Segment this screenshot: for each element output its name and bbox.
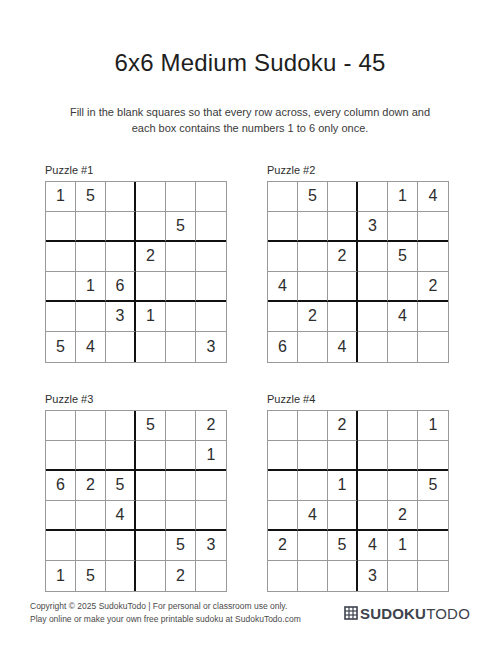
cell-r2c4 [136,212,166,242]
puzzle-3-label: Puzzle #3 [45,393,230,405]
cell-r2c6: 1 [196,441,226,471]
cell-r6c4: 3 [358,561,388,591]
cell-r2c1 [46,212,76,242]
cell-r3c6: 5 [418,471,448,501]
cell-r4c2 [76,501,106,531]
cell-r1c5 [388,411,418,441]
cell-r1c3 [106,411,136,441]
puzzle-3: Puzzle #3 521625453152 [45,393,230,592]
cell-r1c3 [106,182,136,212]
cell-r5c2 [76,531,106,561]
cell-r5c6: 3 [196,531,226,561]
cell-r4c1 [46,272,76,302]
cell-r6c1: 6 [268,332,298,362]
cell-r2c1 [268,441,298,471]
cell-r2c5 [388,212,418,242]
cell-r1c4 [358,411,388,441]
cell-r6c6: 3 [196,332,226,362]
cell-r1c6: 4 [418,182,448,212]
cell-r5c3 [106,531,136,561]
cell-r5c6 [196,302,226,332]
cell-r4c4 [136,272,166,302]
cell-r6c5 [388,561,418,591]
cell-r4c3: 6 [106,272,136,302]
cell-r1c1: 1 [46,182,76,212]
sudoku-board-3: 521625453152 [45,410,227,592]
cell-r5c5: 4 [388,302,418,332]
cell-r4c2 [298,272,328,302]
cell-r1c5: 1 [388,182,418,212]
cell-r4c4 [358,501,388,531]
cell-r6c5: 2 [166,561,196,591]
cell-r3c3: 2 [328,242,358,272]
cell-r1c6: 2 [196,411,226,441]
cell-r1c5 [166,411,196,441]
cell-r4c6: 2 [418,272,448,302]
cell-r4c2: 4 [298,501,328,531]
cell-r5c1 [46,531,76,561]
cell-r3c4 [358,242,388,272]
cell-r2c5: 5 [166,212,196,242]
cell-r5c5 [166,302,196,332]
cell-r2c5 [166,441,196,471]
cell-r3c4 [358,471,388,501]
cell-r6c1: 1 [46,561,76,591]
cell-r2c4 [136,441,166,471]
cell-r4c1: 4 [268,272,298,302]
cell-r5c1 [268,302,298,332]
puzzle-2-label: Puzzle #2 [267,164,452,176]
page-title: 6x6 Medium Sudoku - 45 [0,16,500,77]
cell-r3c5 [166,471,196,501]
cell-r1c2: 5 [298,182,328,212]
cell-r6c3: 4 [328,332,358,362]
cell-r6c3 [106,561,136,591]
cell-r3c3: 5 [106,471,136,501]
puzzle-4-label: Puzzle #4 [267,393,452,405]
instructions-line-1: Fill in the blank squares so that every … [0,105,500,121]
cell-r6c2 [298,332,328,362]
cell-r3c4: 2 [136,242,166,272]
cell-r4c5 [166,501,196,531]
cell-r1c1 [268,411,298,441]
cell-r1c2 [298,411,328,441]
cell-r3c1 [268,242,298,272]
cell-r5c4 [358,302,388,332]
cell-r6c6 [418,561,448,591]
puzzle-2: Puzzle #2 514325422464 [267,164,452,363]
cell-r4c5: 2 [388,501,418,531]
cell-r5c1 [46,302,76,332]
cell-r5c1: 2 [268,531,298,561]
cell-r1c2 [76,411,106,441]
cell-r5c5: 5 [166,531,196,561]
cell-r1c4 [358,182,388,212]
cell-r6c4 [136,561,166,591]
cell-r5c3: 3 [106,302,136,332]
copyright-text: Copyright © 2025 SudokuTodo | For person… [30,600,301,627]
puzzle-4: Puzzle #4 21154225413 [267,393,452,592]
cell-r3c5 [388,471,418,501]
cell-r3c1 [46,242,76,272]
copyright-line-2: Play online or make your own free printa… [30,613,301,627]
cell-r4c6 [196,272,226,302]
cell-r5c2: 2 [298,302,328,332]
cell-r2c6 [418,441,448,471]
cell-r6c3 [328,561,358,591]
cell-r5c6 [418,302,448,332]
cell-r6c5 [166,332,196,362]
cell-r3c3 [106,242,136,272]
cell-r6c3 [106,332,136,362]
cell-r5c3: 5 [328,531,358,561]
cell-r3c1: 6 [46,471,76,501]
cell-r5c4: 4 [358,531,388,561]
cell-r1c3: 2 [328,411,358,441]
cell-r2c2 [76,441,106,471]
copyright-line-1: Copyright © 2025 SudokuTodo | For person… [30,600,301,614]
cell-r6c2 [298,561,328,591]
cell-r5c2 [76,302,106,332]
cell-r2c2 [76,212,106,242]
cell-r3c2 [298,471,328,501]
cell-r2c3 [106,441,136,471]
cell-r3c5: 5 [388,242,418,272]
cell-r3c2 [76,242,106,272]
cell-r4c3 [328,272,358,302]
cell-r5c3 [328,302,358,332]
cell-r6c1: 5 [46,332,76,362]
cell-r2c3 [328,441,358,471]
cell-r3c3: 1 [328,471,358,501]
cell-r4c6 [196,501,226,531]
cell-r1c4 [136,182,166,212]
sudoku-board-2: 514325422464 [267,181,449,363]
cell-r6c6 [418,332,448,362]
logo-text-sudoku: SUDOKU [360,606,426,621]
cell-r4c3 [328,501,358,531]
cell-r4c3: 4 [106,501,136,531]
cell-r6c5 [388,332,418,362]
page-footer: Copyright © 2025 SudokuTodo | For person… [30,600,470,627]
cell-r3c5 [166,242,196,272]
cell-r2c1 [46,441,76,471]
cell-r2c3 [328,212,358,242]
cell-r6c2: 4 [76,332,106,362]
cell-r2c3 [106,212,136,242]
instructions: Fill in the blank squares so that every … [0,105,500,137]
sudokutodo-logo: SUDOKUTODO [344,606,470,621]
cell-r1c2: 5 [76,182,106,212]
cell-r2c4 [358,441,388,471]
cell-r5c6 [418,531,448,561]
cell-r2c4: 3 [358,212,388,242]
cell-r2c5 [388,441,418,471]
cell-r2c6 [196,212,226,242]
cell-r2c2 [298,212,328,242]
cell-r6c1 [268,561,298,591]
puzzle-grid-area: Puzzle #1 15521631543 Puzzle #2 51432542… [45,164,500,592]
cell-r1c4: 5 [136,411,166,441]
cell-r5c2 [298,531,328,561]
cell-r1c5 [166,182,196,212]
cell-r4c5 [166,272,196,302]
cell-r1c6 [196,182,226,212]
cell-r3c6 [196,242,226,272]
cell-r4c4 [136,501,166,531]
puzzle-1-label: Puzzle #1 [45,164,230,176]
cell-r6c6 [196,561,226,591]
cell-r5c4 [136,531,166,561]
puzzle-1: Puzzle #1 15521631543 [45,164,230,363]
instructions-line-2: each box contains the numbers 1 to 6 onl… [0,121,500,137]
cell-r3c1 [268,471,298,501]
logo-text-todo: TODO [426,606,470,621]
cell-r4c4 [358,272,388,302]
cell-r3c6 [196,471,226,501]
cell-r3c2: 2 [76,471,106,501]
cell-r4c6 [418,501,448,531]
cell-r2c2 [298,441,328,471]
sudoku-board-1: 15521631543 [45,181,227,363]
cell-r5c5: 1 [388,531,418,561]
cell-r4c1 [268,501,298,531]
cell-r4c5 [388,272,418,302]
cell-r6c2: 5 [76,561,106,591]
cell-r2c1 [268,212,298,242]
cell-r2c6 [418,212,448,242]
cell-r6c4 [358,332,388,362]
cell-r1c1 [268,182,298,212]
sudoku-board-4: 21154225413 [267,410,449,592]
cell-r5c4: 1 [136,302,166,332]
cell-r3c2 [298,242,328,272]
cell-r3c6 [418,242,448,272]
cell-r1c6: 1 [418,411,448,441]
cell-r1c1 [46,411,76,441]
cell-r6c4 [136,332,166,362]
grid-icon [344,606,358,620]
cell-r4c1 [46,501,76,531]
cell-r4c2: 1 [76,272,106,302]
cell-r1c3 [328,182,358,212]
cell-r3c4 [136,471,166,501]
